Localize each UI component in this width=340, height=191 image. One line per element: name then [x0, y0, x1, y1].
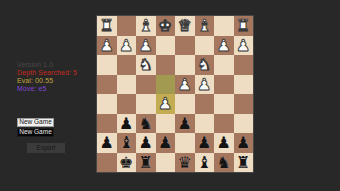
square-a6[interactable]	[234, 114, 254, 134]
square-a3[interactable]	[234, 55, 254, 75]
square-e7[interactable]: ♟	[156, 133, 176, 153]
square-h8[interactable]	[97, 153, 117, 173]
square-g8[interactable]: ♚	[117, 153, 137, 173]
black-knight: ♞	[217, 153, 231, 173]
square-c6[interactable]	[195, 114, 215, 134]
square-a4[interactable]	[234, 75, 254, 95]
square-f5[interactable]	[136, 94, 156, 114]
square-f4[interactable]	[136, 75, 156, 95]
square-e5[interactable]: ♟	[156, 94, 176, 114]
square-h7[interactable]: ♟	[97, 133, 117, 153]
square-g3[interactable]	[117, 55, 137, 75]
white-pawn: ♟	[100, 36, 114, 56]
square-f8[interactable]: ♜	[136, 153, 156, 173]
square-g6[interactable]: ♟	[117, 114, 137, 134]
depth-searched-label: Depth Searched: 5	[17, 69, 77, 77]
square-c1[interactable]: ♝	[195, 16, 215, 36]
move-label: Move: e5	[17, 85, 77, 93]
new-game-button-light[interactable]: New Game	[17, 118, 54, 127]
black-pawn: ♟	[119, 114, 133, 134]
square-a2[interactable]: ♟	[234, 36, 254, 56]
export-button[interactable]: Export	[27, 143, 65, 153]
white-queen: ♛	[178, 16, 192, 36]
square-h6[interactable]	[97, 114, 117, 134]
square-d7[interactable]	[175, 133, 195, 153]
square-e8[interactable]	[156, 153, 176, 173]
black-queen: ♛	[178, 153, 192, 173]
white-pawn: ♟	[197, 75, 211, 95]
square-c8[interactable]: ♝	[195, 153, 215, 173]
white-pawn: ♟	[217, 36, 231, 56]
square-a8[interactable]: ♜	[234, 153, 254, 173]
square-e6[interactable]	[156, 114, 176, 134]
square-g1[interactable]	[117, 16, 137, 36]
engine-info-panel: Version 1.0 Depth Searched: 5 Eval: 00.5…	[17, 61, 77, 93]
square-f2[interactable]: ♟	[136, 36, 156, 56]
square-b4[interactable]	[214, 75, 234, 95]
square-b2[interactable]: ♟	[214, 36, 234, 56]
black-pawn: ♟	[197, 133, 211, 153]
square-c7[interactable]: ♟	[195, 133, 215, 153]
white-pawn: ♟	[178, 75, 192, 95]
square-b6[interactable]	[214, 114, 234, 134]
eval-label: Eval: 00.55	[17, 77, 77, 85]
white-knight: ♞	[139, 55, 153, 75]
white-pawn: ♟	[139, 36, 153, 56]
black-pawn: ♟	[178, 114, 192, 134]
square-f3[interactable]: ♞	[136, 55, 156, 75]
white-king: ♚	[158, 16, 172, 36]
black-bishop: ♝	[197, 153, 211, 173]
version-label: Version 1.0	[17, 61, 77, 69]
square-e1[interactable]: ♚	[156, 16, 176, 36]
square-d6[interactable]: ♟	[175, 114, 195, 134]
chess-board: ♜♝♚♛♝♜♟♟♟♟♟♞♞♟♟♟♟♞♟♟♝♟♟♟♟♟♚♜♛♝♞♜	[96, 15, 254, 173]
new-game-button-dark[interactable]: New Game	[17, 128, 54, 137]
square-a1[interactable]: ♜	[234, 16, 254, 36]
square-d2[interactable]	[175, 36, 195, 56]
square-c2[interactable]	[195, 36, 215, 56]
white-knight: ♞	[197, 55, 211, 75]
square-h3[interactable]	[97, 55, 117, 75]
square-e2[interactable]	[156, 36, 176, 56]
square-b5[interactable]	[214, 94, 234, 114]
square-f6[interactable]: ♞	[136, 114, 156, 134]
black-rook: ♜	[236, 153, 250, 173]
black-king: ♚	[119, 153, 133, 173]
square-d3[interactable]	[175, 55, 195, 75]
square-e4[interactable]	[156, 75, 176, 95]
square-b1[interactable]	[214, 16, 234, 36]
square-g5[interactable]	[117, 94, 137, 114]
square-g7[interactable]: ♝	[117, 133, 137, 153]
square-h1[interactable]: ♜	[97, 16, 117, 36]
black-rook: ♜	[139, 153, 153, 173]
square-h4[interactable]	[97, 75, 117, 95]
square-d8[interactable]: ♛	[175, 153, 195, 173]
black-pawn: ♟	[236, 133, 250, 153]
square-e3[interactable]	[156, 55, 176, 75]
white-rook: ♜	[236, 16, 250, 36]
black-pawn: ♟	[217, 133, 231, 153]
square-b7[interactable]: ♟	[214, 133, 234, 153]
white-pawn: ♟	[158, 94, 172, 114]
square-f1[interactable]: ♝	[136, 16, 156, 36]
white-bishop: ♝	[139, 16, 153, 36]
square-a5[interactable]	[234, 94, 254, 114]
square-c5[interactable]	[195, 94, 215, 114]
square-d1[interactable]: ♛	[175, 16, 195, 36]
square-g2[interactable]: ♟	[117, 36, 137, 56]
black-pawn: ♟	[139, 133, 153, 153]
black-knight: ♞	[139, 114, 153, 134]
square-b8[interactable]: ♞	[214, 153, 234, 173]
square-d5[interactable]	[175, 94, 195, 114]
square-d4[interactable]: ♟	[175, 75, 195, 95]
app-window: Version 1.0 Depth Searched: 5 Eval: 00.5…	[0, 0, 340, 191]
square-b3[interactable]	[214, 55, 234, 75]
square-c4[interactable]: ♟	[195, 75, 215, 95]
square-c3[interactable]: ♞	[195, 55, 215, 75]
square-h2[interactable]: ♟	[97, 36, 117, 56]
white-pawn: ♟	[119, 36, 133, 56]
black-pawn: ♟	[100, 133, 114, 153]
square-f7[interactable]: ♟	[136, 133, 156, 153]
square-g4[interactable]	[117, 75, 137, 95]
black-bishop: ♝	[119, 133, 133, 153]
black-pawn: ♟	[158, 133, 172, 153]
square-h5[interactable]	[97, 94, 117, 114]
square-a7[interactable]: ♟	[234, 133, 254, 153]
white-bishop: ♝	[197, 16, 211, 36]
white-pawn: ♟	[236, 36, 250, 56]
white-rook: ♜	[100, 16, 114, 36]
